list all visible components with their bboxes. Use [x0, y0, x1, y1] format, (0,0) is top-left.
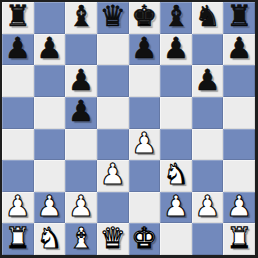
square-c6[interactable]: ♟ — [65, 65, 97, 97]
square-e2[interactable] — [129, 192, 161, 224]
chess-board: ♜♝♛♚♝♞♜♟♟♟♟♟♟♟♟♟♟♞♟♟♟♟♟♟♜♞♝♛♚♜ — [2, 2, 255, 255]
square-d1[interactable]: ♛ — [97, 223, 129, 255]
square-d5[interactable] — [97, 97, 129, 129]
square-b3[interactable] — [34, 160, 66, 192]
square-a8[interactable]: ♜ — [2, 2, 34, 34]
square-d8[interactable]: ♛ — [97, 2, 129, 34]
square-h8[interactable]: ♜ — [223, 2, 255, 34]
square-d6[interactable] — [97, 65, 129, 97]
piece-white-pawn[interactable]: ♟ — [5, 192, 31, 223]
square-g5[interactable] — [192, 97, 224, 129]
square-d3[interactable]: ♟ — [97, 160, 129, 192]
square-a6[interactable] — [2, 65, 34, 97]
piece-white-pawn[interactable]: ♟ — [163, 192, 189, 223]
square-h1[interactable]: ♜ — [223, 223, 255, 255]
piece-black-rook[interactable]: ♜ — [226, 2, 252, 33]
piece-black-pawn[interactable]: ♟ — [163, 34, 189, 65]
piece-white-pawn[interactable]: ♟ — [226, 192, 252, 223]
piece-black-pawn[interactable]: ♟ — [68, 97, 94, 128]
piece-white-pawn[interactable]: ♟ — [36, 192, 62, 223]
square-h5[interactable] — [223, 97, 255, 129]
square-e4[interactable]: ♟ — [129, 129, 161, 161]
piece-black-king[interactable]: ♚ — [131, 2, 157, 33]
square-a2[interactable]: ♟ — [2, 192, 34, 224]
square-c4[interactable] — [65, 129, 97, 161]
square-h6[interactable] — [223, 65, 255, 97]
square-c3[interactable] — [65, 160, 97, 192]
square-f4[interactable] — [160, 129, 192, 161]
chess-board-frame: ♜♝♛♚♝♞♜♟♟♟♟♟♟♟♟♟♟♞♟♟♟♟♟♟♜♞♝♛♚♜ — [0, 0, 258, 258]
square-g2[interactable]: ♟ — [192, 192, 224, 224]
square-f2[interactable]: ♟ — [160, 192, 192, 224]
square-h2[interactable]: ♟ — [223, 192, 255, 224]
square-h7[interactable]: ♟ — [223, 34, 255, 66]
square-b1[interactable]: ♞ — [34, 223, 66, 255]
piece-black-pawn[interactable]: ♟ — [5, 34, 31, 65]
square-d4[interactable] — [97, 129, 129, 161]
square-e1[interactable]: ♚ — [129, 223, 161, 255]
square-f8[interactable]: ♝ — [160, 2, 192, 34]
square-b4[interactable] — [34, 129, 66, 161]
square-g8[interactable]: ♞ — [192, 2, 224, 34]
piece-white-bishop[interactable]: ♝ — [68, 224, 94, 255]
square-c5[interactable]: ♟ — [65, 97, 97, 129]
piece-black-pawn[interactable]: ♟ — [68, 66, 94, 97]
square-d2[interactable] — [97, 192, 129, 224]
piece-black-bishop[interactable]: ♝ — [163, 2, 189, 33]
square-f3[interactable]: ♞ — [160, 160, 192, 192]
piece-white-rook[interactable]: ♜ — [5, 224, 31, 255]
square-a5[interactable] — [2, 97, 34, 129]
piece-white-queen[interactable]: ♛ — [100, 224, 126, 255]
piece-black-pawn[interactable]: ♟ — [226, 34, 252, 65]
square-e7[interactable]: ♟ — [129, 34, 161, 66]
piece-white-pawn[interactable]: ♟ — [195, 192, 221, 223]
square-a3[interactable] — [2, 160, 34, 192]
square-a1[interactable]: ♜ — [2, 223, 34, 255]
square-f5[interactable] — [160, 97, 192, 129]
square-f7[interactable]: ♟ — [160, 34, 192, 66]
piece-white-pawn[interactable]: ♟ — [68, 192, 94, 223]
square-b6[interactable] — [34, 65, 66, 97]
piece-black-pawn[interactable]: ♟ — [131, 34, 157, 65]
square-c1[interactable]: ♝ — [65, 223, 97, 255]
square-e3[interactable] — [129, 160, 161, 192]
square-b2[interactable]: ♟ — [34, 192, 66, 224]
piece-white-knight[interactable]: ♞ — [36, 224, 62, 255]
square-a7[interactable]: ♟ — [2, 34, 34, 66]
piece-black-knight[interactable]: ♞ — [195, 2, 221, 33]
square-c8[interactable]: ♝ — [65, 2, 97, 34]
square-g1[interactable] — [192, 223, 224, 255]
piece-black-pawn[interactable]: ♟ — [195, 66, 221, 97]
piece-black-pawn[interactable]: ♟ — [36, 34, 62, 65]
piece-white-pawn[interactable]: ♟ — [100, 160, 126, 191]
square-h4[interactable] — [223, 129, 255, 161]
square-e5[interactable] — [129, 97, 161, 129]
square-e6[interactable] — [129, 65, 161, 97]
square-f1[interactable] — [160, 223, 192, 255]
square-g7[interactable] — [192, 34, 224, 66]
square-g4[interactable] — [192, 129, 224, 161]
piece-black-bishop[interactable]: ♝ — [68, 2, 94, 33]
piece-black-rook[interactable]: ♜ — [5, 2, 31, 33]
square-h3[interactable] — [223, 160, 255, 192]
piece-white-rook[interactable]: ♜ — [226, 224, 252, 255]
square-a4[interactable] — [2, 129, 34, 161]
square-b7[interactable]: ♟ — [34, 34, 66, 66]
square-e8[interactable]: ♚ — [129, 2, 161, 34]
square-g6[interactable]: ♟ — [192, 65, 224, 97]
square-g3[interactable] — [192, 160, 224, 192]
square-c7[interactable] — [65, 34, 97, 66]
square-b5[interactable] — [34, 97, 66, 129]
square-f6[interactable] — [160, 65, 192, 97]
square-b8[interactable] — [34, 2, 66, 34]
piece-white-knight[interactable]: ♞ — [163, 160, 189, 191]
square-d7[interactable] — [97, 34, 129, 66]
piece-white-pawn[interactable]: ♟ — [131, 129, 157, 160]
piece-black-queen[interactable]: ♛ — [100, 2, 126, 33]
square-c2[interactable]: ♟ — [65, 192, 97, 224]
piece-white-king[interactable]: ♚ — [131, 224, 157, 255]
